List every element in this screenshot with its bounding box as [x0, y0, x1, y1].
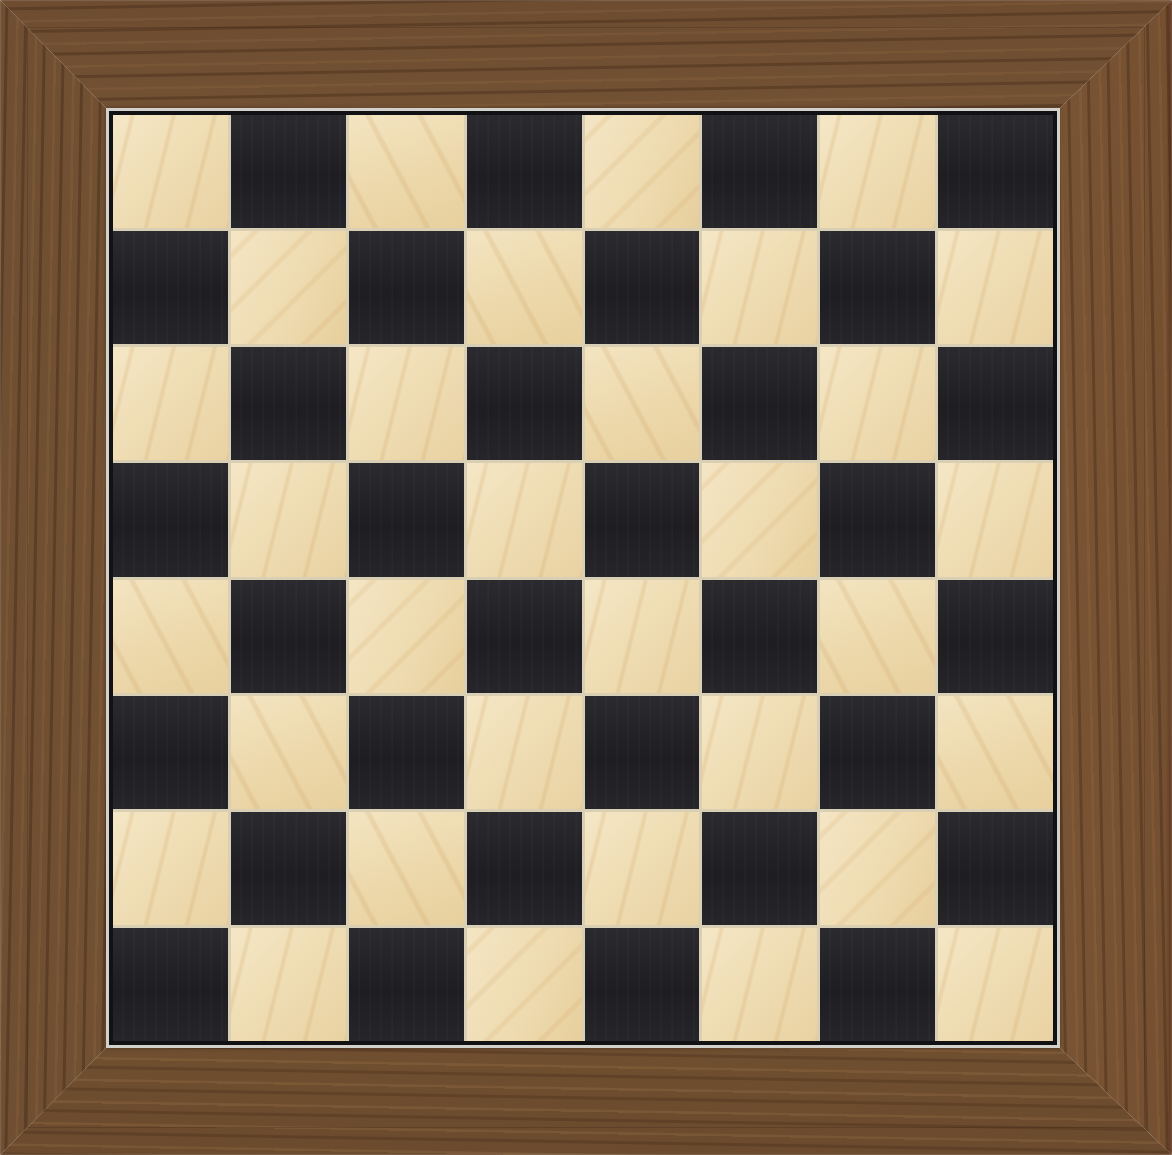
square-f5[interactable] [702, 463, 817, 576]
square-d3[interactable] [467, 696, 582, 809]
square-e2[interactable] [585, 812, 700, 925]
chess-board [113, 115, 1053, 1041]
square-a8[interactable] [113, 115, 228, 228]
square-b5[interactable] [231, 463, 346, 576]
square-e1[interactable] [585, 928, 700, 1041]
square-b6[interactable] [231, 347, 346, 460]
square-f2[interactable] [702, 812, 817, 925]
square-e7[interactable] [585, 231, 700, 344]
square-a4[interactable] [113, 580, 228, 693]
square-c6[interactable] [349, 347, 464, 460]
square-h4[interactable] [938, 580, 1053, 693]
square-f7[interactable] [702, 231, 817, 344]
square-b3[interactable] [231, 696, 346, 809]
square-h5[interactable] [938, 463, 1053, 576]
square-a1[interactable] [113, 928, 228, 1041]
square-d2[interactable] [467, 812, 582, 925]
square-g7[interactable] [820, 231, 935, 344]
board-inlay-border [106, 108, 1060, 1048]
square-d6[interactable] [467, 347, 582, 460]
square-d5[interactable] [467, 463, 582, 576]
square-f6[interactable] [702, 347, 817, 460]
square-h6[interactable] [938, 347, 1053, 460]
square-a2[interactable] [113, 812, 228, 925]
square-g8[interactable] [820, 115, 935, 228]
square-c2[interactable] [349, 812, 464, 925]
square-a3[interactable] [113, 696, 228, 809]
square-c3[interactable] [349, 696, 464, 809]
square-c4[interactable] [349, 580, 464, 693]
square-c1[interactable] [349, 928, 464, 1041]
square-f3[interactable] [702, 696, 817, 809]
square-f1[interactable] [702, 928, 817, 1041]
square-e4[interactable] [585, 580, 700, 693]
square-e6[interactable] [585, 347, 700, 460]
square-a6[interactable] [113, 347, 228, 460]
chessboard-photo [0, 0, 1172, 1155]
square-d1[interactable] [467, 928, 582, 1041]
square-g3[interactable] [820, 696, 935, 809]
square-h1[interactable] [938, 928, 1053, 1041]
square-b1[interactable] [231, 928, 346, 1041]
square-c8[interactable] [349, 115, 464, 228]
square-b8[interactable] [231, 115, 346, 228]
square-g1[interactable] [820, 928, 935, 1041]
square-d7[interactable] [467, 231, 582, 344]
square-c7[interactable] [349, 231, 464, 344]
square-g4[interactable] [820, 580, 935, 693]
square-e8[interactable] [585, 115, 700, 228]
square-h8[interactable] [938, 115, 1053, 228]
square-f4[interactable] [702, 580, 817, 693]
square-e3[interactable] [585, 696, 700, 809]
square-e5[interactable] [585, 463, 700, 576]
square-f8[interactable] [702, 115, 817, 228]
square-g6[interactable] [820, 347, 935, 460]
square-d8[interactable] [467, 115, 582, 228]
square-h7[interactable] [938, 231, 1053, 344]
square-b7[interactable] [231, 231, 346, 344]
square-a7[interactable] [113, 231, 228, 344]
square-b4[interactable] [231, 580, 346, 693]
square-c5[interactable] [349, 463, 464, 576]
square-g5[interactable] [820, 463, 935, 576]
square-b2[interactable] [231, 812, 346, 925]
square-g2[interactable] [820, 812, 935, 925]
square-h3[interactable] [938, 696, 1053, 809]
square-d4[interactable] [467, 580, 582, 693]
square-a5[interactable] [113, 463, 228, 576]
square-h2[interactable] [938, 812, 1053, 925]
